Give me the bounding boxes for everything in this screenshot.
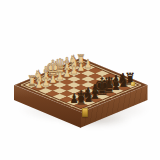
frame-dot-icon bbox=[125, 91, 127, 92]
brass-clasp-icon bbox=[82, 108, 88, 117]
brass-hinge-icon bbox=[131, 82, 136, 86]
frame-dot-icon bbox=[132, 88, 134, 89]
chess-set-photo: ♜♟♟♜♞♟♟♞♝♟♟♝♛♟♟♛♚♟♟♚♝♟♟♝♞♟♟♞♜♟♟♜ bbox=[0, 0, 160, 160]
frame-dot-icon bbox=[117, 94, 119, 95]
frame-dot-icon bbox=[103, 100, 105, 101]
frame-dot-icon bbox=[96, 103, 98, 104]
frame-dot-icon bbox=[110, 97, 112, 98]
frame-dot-icon bbox=[89, 106, 91, 107]
